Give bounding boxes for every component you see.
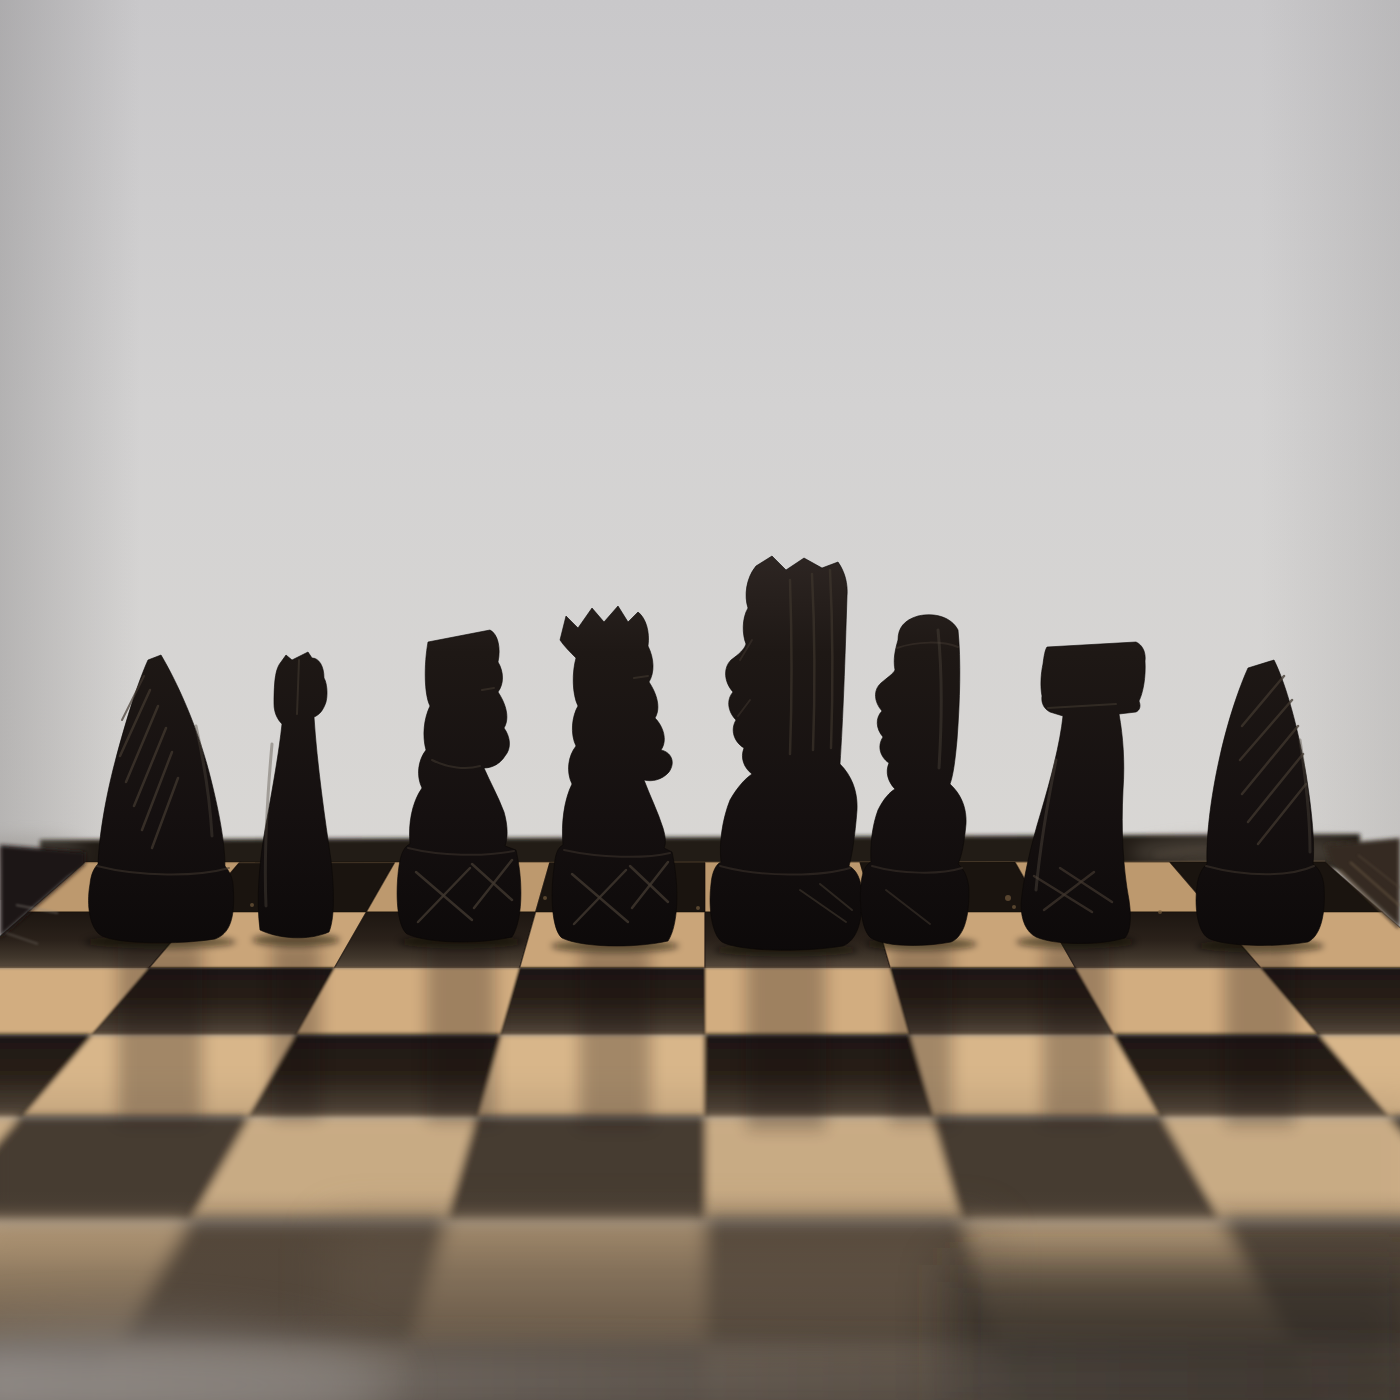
wood-crumb (1005, 895, 1011, 901)
wood-crumb (1012, 905, 1016, 909)
wood-crumb (1158, 910, 1162, 914)
wood-crumb (250, 903, 254, 907)
wood-crumb (696, 906, 700, 910)
reflection-b8 (272, 942, 320, 1120)
wood-crumb (543, 896, 547, 900)
wall-side-shading (0, 0, 1400, 900)
photograph (0, 0, 1400, 1400)
depth-of-field-blur-overlay (0, 1095, 1400, 1400)
scene-svg (0, 0, 1400, 1400)
